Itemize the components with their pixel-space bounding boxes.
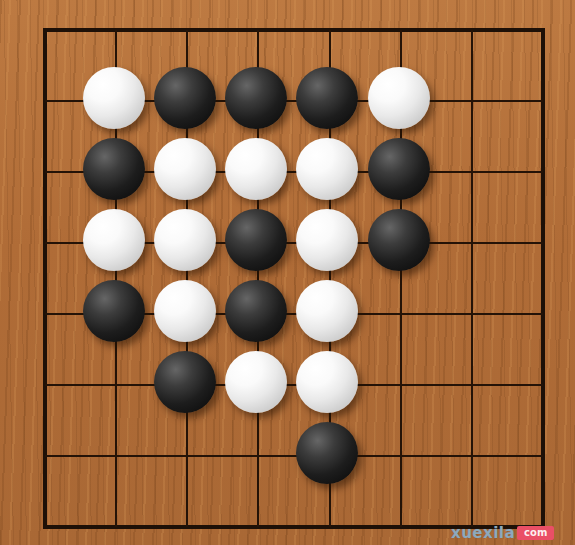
board-intersection: ○ [152, 137, 223, 208]
board-intersection: ● [223, 66, 294, 137]
board-intersection: ● [294, 421, 365, 492]
black-stone[interactable]: ● [296, 422, 358, 484]
board-intersection: ● [223, 279, 294, 350]
board-intersection: ● [152, 66, 223, 137]
board-intersection: ● [223, 208, 294, 279]
board-intersection: ● [81, 137, 152, 208]
black-stone[interactable]: ● [225, 209, 287, 271]
board-intersection: ○ [365, 66, 436, 137]
watermark-text: xuexila [451, 524, 515, 542]
board-intersection: ○ [81, 208, 152, 279]
black-stone[interactable]: ● [154, 351, 216, 413]
board-intersection: ● [365, 208, 436, 279]
white-stone[interactable]: ○ [296, 280, 358, 342]
black-stone[interactable]: ● [368, 209, 430, 271]
board-intersection: ● [81, 279, 152, 350]
go-board-screen: ○●●●○●○○○●○○●○●●○●○●○○● xuexila com [0, 0, 575, 545]
white-stone[interactable]: ○ [83, 67, 145, 129]
board-intersection: ○ [152, 208, 223, 279]
board-intersection: ○ [294, 279, 365, 350]
white-stone[interactable]: ○ [368, 67, 430, 129]
go-board[interactable]: ○●●●○●○○○●○○●○●●○●○●○○● [9, 0, 575, 545]
white-stone[interactable]: ○ [154, 138, 216, 200]
black-stone[interactable]: ● [83, 138, 145, 200]
white-stone[interactable]: ○ [225, 351, 287, 413]
black-stone[interactable]: ● [225, 280, 287, 342]
watermark: xuexila com [451, 524, 554, 542]
board-intersection: ○ [294, 137, 365, 208]
white-stone[interactable]: ○ [296, 351, 358, 413]
board-intersection: ○ [294, 208, 365, 279]
white-stone[interactable]: ○ [154, 280, 216, 342]
board-intersection: ○ [152, 279, 223, 350]
black-stone[interactable]: ● [154, 67, 216, 129]
white-stone[interactable]: ○ [296, 209, 358, 271]
board-intersection: ○ [223, 137, 294, 208]
white-stone[interactable]: ○ [83, 209, 145, 271]
white-stone[interactable]: ○ [296, 138, 358, 200]
black-stone[interactable]: ● [83, 280, 145, 342]
board-intersection: ○ [81, 66, 152, 137]
board-intersection: ● [294, 66, 365, 137]
board-intersection: ○ [223, 350, 294, 421]
white-stone[interactable]: ○ [154, 209, 216, 271]
black-stone[interactable]: ● [225, 67, 287, 129]
board-intersection: ● [152, 350, 223, 421]
black-stone[interactable]: ● [296, 67, 358, 129]
white-stone[interactable]: ○ [225, 138, 287, 200]
board-intersection: ● [365, 137, 436, 208]
black-stone[interactable]: ● [368, 138, 430, 200]
board-intersection: ○ [294, 350, 365, 421]
watermark-badge: com [517, 526, 554, 540]
